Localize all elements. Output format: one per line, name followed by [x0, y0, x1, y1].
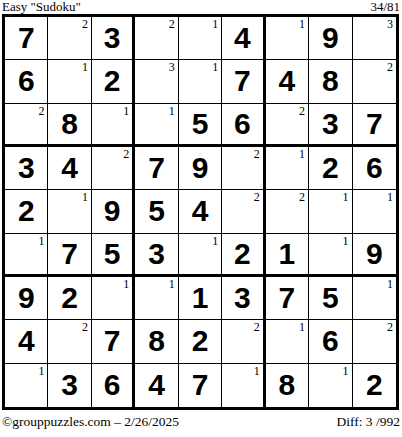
pencil-mark: 1: [123, 277, 129, 291]
cell-r5c3[interactable]: 9: [92, 190, 135, 233]
cell-r8c5[interactable]: 2: [179, 320, 222, 363]
cell-r9c8[interactable]: 1: [309, 364, 352, 407]
cell-r6c1[interactable]: 1: [5, 234, 48, 277]
pencil-mark: 2: [82, 17, 88, 31]
cell-r3c2[interactable]: 8: [48, 104, 91, 147]
given-digit: 8: [148, 326, 165, 356]
cell-r5c4[interactable]: 5: [135, 190, 178, 233]
given-digit: 6: [234, 109, 251, 139]
cell-r2c2[interactable]: 1: [48, 60, 91, 103]
cell-r8c9[interactable]: 2: [353, 320, 396, 363]
cell-r5c1[interactable]: 2: [5, 190, 48, 233]
cell-r4c5[interactable]: 9: [179, 147, 222, 190]
given-digit: 7: [148, 153, 165, 183]
cell-r3c3[interactable]: 1: [92, 104, 135, 147]
cell-r3c9[interactable]: 7: [353, 104, 396, 147]
cell-r7c9[interactable]: 1: [353, 277, 396, 320]
pencil-mark: 1: [212, 60, 218, 74]
pencil-mark: 1: [169, 104, 175, 118]
given-digit: 7: [61, 239, 78, 269]
cell-r7c5[interactable]: 1: [179, 277, 222, 320]
given-digit: 7: [18, 23, 35, 53]
cell-r2c6[interactable]: 7: [222, 60, 265, 103]
cell-r8c4[interactable]: 8: [135, 320, 178, 363]
cell-r6c3[interactable]: 5: [92, 234, 135, 277]
cell-r1c1[interactable]: 7: [5, 17, 48, 60]
given-digit: 3: [234, 283, 251, 313]
cell-r3c4[interactable]: 1: [135, 104, 178, 147]
given-digit: 7: [279, 283, 296, 313]
given-digit: 9: [322, 23, 339, 53]
given-digit: 3: [322, 109, 339, 139]
puzzle-title: Easy "Sudoku": [2, 0, 81, 13]
cell-r3c1[interactable]: 2: [5, 104, 48, 147]
cell-r5c8[interactable]: 1: [309, 190, 352, 233]
given-digit: 9: [192, 153, 209, 183]
pencil-mark: 1: [343, 364, 349, 378]
given-digit: 6: [322, 326, 339, 356]
cell-r7c7[interactable]: 7: [266, 277, 309, 320]
pencil-mark: 3: [169, 60, 175, 74]
cell-r4c4[interactable]: 7: [135, 147, 178, 190]
given-digit: 6: [366, 153, 383, 183]
cell-r9c5[interactable]: 7: [179, 364, 222, 407]
pencil-mark: 1: [254, 364, 260, 378]
pencil-mark: 1: [212, 17, 218, 31]
cell-r4c8[interactable]: 2: [309, 147, 352, 190]
cell-r2c7[interactable]: 4: [266, 60, 309, 103]
given-digit: 2: [18, 196, 35, 226]
cell-r1c9[interactable]: 3: [353, 17, 396, 60]
cell-r5c7[interactable]: 2: [266, 190, 309, 233]
pencil-mark: 1: [387, 277, 393, 291]
cell-r1c8[interactable]: 9: [309, 17, 352, 60]
given-digit: 1: [279, 239, 296, 269]
given-digit: 4: [234, 23, 251, 53]
given-digit: 5: [322, 283, 339, 313]
pencil-mark: 1: [38, 364, 44, 378]
pencil-mark: 1: [123, 104, 129, 118]
given-digit: 1: [192, 283, 209, 313]
cell-r9c7[interactable]: 8: [266, 364, 309, 407]
cell-r4c9[interactable]: 6: [353, 147, 396, 190]
copyright-date: ©grouppuzzles.com – 2/26/2025: [2, 414, 179, 429]
given-digit: 9: [104, 196, 121, 226]
cell-r6c4[interactable]: 3: [135, 234, 178, 277]
cell-r8c1[interactable]: 4: [5, 320, 48, 363]
pencil-mark: 1: [299, 320, 305, 334]
cell-r8c2[interactable]: 2: [48, 320, 91, 363]
footer: ©grouppuzzles.com – 2/26/2025 Diff: 3 /9…: [1, 414, 401, 429]
cell-r5c2[interactable]: 1: [48, 190, 91, 233]
given-digit: 5: [192, 109, 209, 139]
cell-r6c7[interactable]: 1: [266, 234, 309, 277]
given-digit: 2: [192, 326, 209, 356]
given-digit: 5: [148, 196, 165, 226]
cell-r4c2[interactable]: 4: [48, 147, 91, 190]
given-digit: 8: [61, 109, 78, 139]
pencil-mark: 1: [82, 60, 88, 74]
pencil-mark: 2: [169, 17, 175, 31]
pencil-mark: 1: [343, 190, 349, 204]
cell-r2c4[interactable]: 3: [135, 60, 178, 103]
cell-r1c5[interactable]: 1: [179, 17, 222, 60]
cell-r2c5[interactable]: 1: [179, 60, 222, 103]
cell-r5c6[interactable]: 2: [222, 190, 265, 233]
given-digit: 5: [104, 239, 121, 269]
given-digit: 2: [234, 239, 251, 269]
given-digit: 2: [61, 283, 78, 313]
pencil-mark: 1: [38, 234, 44, 248]
pencil-mark: 2: [123, 147, 129, 161]
given-digit: 4: [192, 196, 209, 226]
cell-r7c6[interactable]: 3: [222, 277, 265, 320]
given-digit: 6: [18, 66, 35, 96]
pencil-mark: 2: [38, 104, 44, 118]
pencil-mark: 2: [387, 320, 393, 334]
pencil-mark: 1: [169, 277, 175, 291]
cell-r9c6[interactable]: 1: [222, 364, 265, 407]
sudoku-board: 7232141936123174822811562373427921262195…: [2, 14, 399, 410]
pencil-mark: 2: [387, 60, 393, 74]
cell-r2c8[interactable]: 8: [309, 60, 352, 103]
cell-r8c7[interactable]: 1: [266, 320, 309, 363]
cell-r9c4[interactable]: 4: [135, 364, 178, 407]
given-digit: 3: [61, 370, 78, 400]
given-digit: 3: [104, 23, 121, 53]
cell-r9c9[interactable]: 2: [353, 364, 396, 407]
cell-r7c2[interactable]: 2: [48, 277, 91, 320]
cell-r1c7[interactable]: 1: [266, 17, 309, 60]
given-digit: 8: [322, 66, 339, 96]
given-digit: 2: [366, 370, 383, 400]
given-counter: 34/81: [370, 0, 400, 13]
given-digit: 4: [61, 153, 78, 183]
pencil-mark: 1: [299, 147, 305, 161]
difficulty: Diff: 3 /992: [337, 414, 401, 429]
cell-r7c1[interactable]: 9: [5, 277, 48, 320]
cell-r9c1[interactable]: 1: [5, 364, 48, 407]
pencil-mark: 1: [387, 190, 393, 204]
pencil-mark: 2: [254, 147, 260, 161]
cell-r2c1[interactable]: 6: [5, 60, 48, 103]
given-digit: 4: [148, 370, 165, 400]
cell-r8c6[interactable]: 2: [222, 320, 265, 363]
cell-r1c2[interactable]: 2: [48, 17, 91, 60]
cell-r5c5[interactable]: 4: [179, 190, 222, 233]
given-digit: 7: [104, 326, 121, 356]
cell-r7c8[interactable]: 5: [309, 277, 352, 320]
given-digit: 3: [18, 153, 35, 183]
given-digit: 3: [148, 239, 165, 269]
cell-r1c4[interactable]: 2: [135, 17, 178, 60]
header: Easy "Sudoku" 34/81: [1, 0, 401, 13]
cell-r9c3[interactable]: 6: [92, 364, 135, 407]
pencil-mark: 2: [299, 104, 305, 118]
given-digit: 7: [234, 66, 251, 96]
cell-r5c9[interactable]: 1: [353, 190, 396, 233]
pencil-mark: 2: [254, 190, 260, 204]
cell-r2c9[interactable]: 2: [353, 60, 396, 103]
cell-r6c9[interactable]: 9: [353, 234, 396, 277]
given-digit: 4: [18, 326, 35, 356]
cell-r4c7[interactable]: 1: [266, 147, 309, 190]
pencil-mark: 1: [212, 234, 218, 248]
given-digit: 2: [322, 153, 339, 183]
given-digit: 7: [366, 109, 383, 139]
cell-r3c5[interactable]: 5: [179, 104, 222, 147]
cell-r3c7[interactable]: 2: [266, 104, 309, 147]
cell-r4c6[interactable]: 2: [222, 147, 265, 190]
cell-r3c8[interactable]: 3: [309, 104, 352, 147]
given-digit: 9: [366, 239, 383, 269]
cell-r7c4[interactable]: 1: [135, 277, 178, 320]
given-digit: 8: [279, 370, 296, 400]
cell-r9c2[interactable]: 3: [48, 364, 91, 407]
given-digit: 7: [192, 370, 209, 400]
cell-r2c3[interactable]: 2: [92, 60, 135, 103]
cell-r6c2[interactable]: 7: [48, 234, 91, 277]
cell-r4c3[interactable]: 2: [92, 147, 135, 190]
cell-r1c6[interactable]: 4: [222, 17, 265, 60]
pencil-mark: 1: [82, 190, 88, 204]
pencil-mark: 1: [343, 234, 349, 248]
cell-r8c3[interactable]: 7: [92, 320, 135, 363]
cell-r1c3[interactable]: 3: [92, 17, 135, 60]
given-digit: 6: [104, 370, 121, 400]
cell-r7c3[interactable]: 1: [92, 277, 135, 320]
pencil-mark: 1: [299, 17, 305, 31]
pencil-mark: 2: [299, 190, 305, 204]
given-digit: 9: [18, 283, 35, 313]
cell-r4c1[interactable]: 3: [5, 147, 48, 190]
pencil-mark: 2: [82, 320, 88, 334]
given-digit: 4: [279, 66, 296, 96]
cell-r8c8[interactable]: 6: [309, 320, 352, 363]
sudoku-page: Easy "Sudoku" 34/81 72321419361231748228…: [0, 0, 402, 437]
cell-r6c8[interactable]: 1: [309, 234, 352, 277]
pencil-mark: 2: [254, 320, 260, 334]
cell-r3c6[interactable]: 6: [222, 104, 265, 147]
pencil-mark: 3: [387, 17, 393, 31]
cell-r6c6[interactable]: 2: [222, 234, 265, 277]
given-digit: 2: [104, 66, 121, 96]
cell-r6c5[interactable]: 1: [179, 234, 222, 277]
